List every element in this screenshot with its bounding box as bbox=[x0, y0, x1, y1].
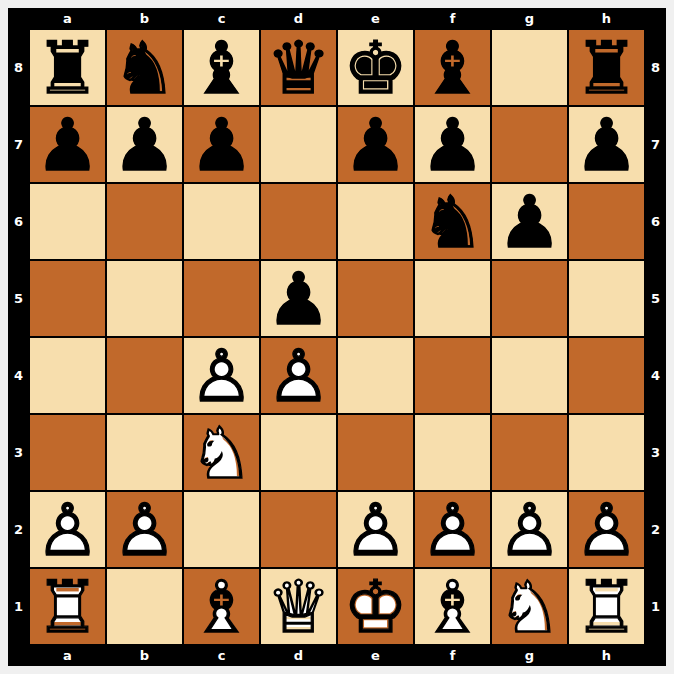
piece-glyph-fill: ♟ bbox=[338, 492, 413, 567]
file-label-c-top: c bbox=[183, 8, 260, 29]
white-king[interactable]: ♚♔ bbox=[338, 569, 413, 644]
piece-glyph-outline: ♔ bbox=[338, 569, 413, 644]
piece-glyph-outline: ♙ bbox=[569, 107, 644, 182]
black-bishop[interactable]: ♝♗ bbox=[184, 30, 259, 105]
file-label-d-top: d bbox=[260, 8, 337, 29]
rank-label-7-left: 7 bbox=[8, 106, 29, 183]
file-label-d-bottom: d bbox=[260, 645, 337, 666]
square-c7[interactable]: ♟♙ bbox=[183, 106, 260, 183]
square-e8[interactable]: ♚♔ bbox=[337, 29, 414, 106]
square-g3[interactable] bbox=[491, 414, 568, 491]
file-label-f-bottom: f bbox=[414, 645, 491, 666]
square-h6[interactable] bbox=[568, 183, 645, 260]
piece-glyph-outline: ♖ bbox=[569, 569, 644, 644]
rank-label-1-right: 1 bbox=[645, 568, 666, 645]
file-label-a-bottom: a bbox=[29, 645, 106, 666]
square-e1[interactable]: ♚♔ bbox=[337, 568, 414, 645]
frame-corner bbox=[8, 8, 29, 29]
file-label-c-bottom: c bbox=[183, 645, 260, 666]
rank-label-6-left: 6 bbox=[8, 183, 29, 260]
piece-glyph-fill: ♜ bbox=[569, 569, 644, 644]
rank-label-5-left: 5 bbox=[8, 260, 29, 337]
square-a3[interactable] bbox=[29, 414, 106, 491]
square-b6[interactable] bbox=[106, 183, 183, 260]
white-rook[interactable]: ♜♖ bbox=[569, 569, 644, 644]
piece-glyph-fill: ♜ bbox=[30, 569, 105, 644]
piece-glyph-fill: ♟ bbox=[30, 492, 105, 567]
piece-glyph-fill: ♟ bbox=[184, 107, 259, 182]
piece-glyph-outline: ♙ bbox=[492, 184, 567, 259]
square-h2[interactable]: ♟♙ bbox=[568, 491, 645, 568]
square-d3[interactable] bbox=[260, 414, 337, 491]
square-c5[interactable] bbox=[183, 260, 260, 337]
piece-glyph-outline: ♗ bbox=[415, 569, 490, 644]
square-d7[interactable] bbox=[260, 106, 337, 183]
square-a7[interactable]: ♟♙ bbox=[29, 106, 106, 183]
piece-glyph-outline: ♘ bbox=[184, 415, 259, 490]
file-label-b-bottom: b bbox=[106, 645, 183, 666]
piece-glyph-outline: ♙ bbox=[184, 338, 259, 413]
black-pawn[interactable]: ♟♙ bbox=[30, 107, 105, 182]
piece-glyph-outline: ♙ bbox=[415, 492, 490, 567]
piece-glyph-outline: ♙ bbox=[107, 107, 182, 182]
piece-glyph-fill: ♟ bbox=[492, 184, 567, 259]
rank-label-4-left: 4 bbox=[8, 337, 29, 414]
piece-glyph-outline: ♕ bbox=[261, 30, 336, 105]
piece-glyph-outline: ♗ bbox=[184, 30, 259, 105]
black-knight[interactable]: ♞♘ bbox=[107, 30, 182, 105]
rank-label-6-right: 6 bbox=[645, 183, 666, 260]
white-pawn[interactable]: ♟♙ bbox=[338, 492, 413, 567]
black-pawn[interactable]: ♟♙ bbox=[415, 107, 490, 182]
square-h4[interactable] bbox=[568, 337, 645, 414]
piece-glyph-outline: ♖ bbox=[30, 569, 105, 644]
rank-label-8-left: 8 bbox=[8, 29, 29, 106]
piece-glyph-fill: ♝ bbox=[415, 30, 490, 105]
square-g2[interactable]: ♟♙ bbox=[491, 491, 568, 568]
square-b2[interactable]: ♟♙ bbox=[106, 491, 183, 568]
square-a1[interactable]: ♜♖ bbox=[29, 568, 106, 645]
piece-glyph-fill: ♛ bbox=[261, 30, 336, 105]
square-a4[interactable] bbox=[29, 337, 106, 414]
rank-label-7-right: 7 bbox=[645, 106, 666, 183]
rank-label-8-right: 8 bbox=[645, 29, 666, 106]
rank-label-5-right: 5 bbox=[645, 260, 666, 337]
piece-glyph-fill: ♟ bbox=[30, 107, 105, 182]
piece-glyph-fill: ♟ bbox=[569, 107, 644, 182]
piece-glyph-fill: ♟ bbox=[261, 338, 336, 413]
square-g1[interactable]: ♞♘ bbox=[491, 568, 568, 645]
piece-glyph-fill: ♜ bbox=[569, 30, 644, 105]
piece-glyph-fill: ♞ bbox=[492, 569, 567, 644]
file-label-a-top: a bbox=[29, 8, 106, 29]
piece-glyph-fill: ♟ bbox=[415, 492, 490, 567]
square-h8[interactable]: ♜♖ bbox=[568, 29, 645, 106]
square-f8[interactable]: ♝♗ bbox=[414, 29, 491, 106]
black-bishop[interactable]: ♝♗ bbox=[415, 30, 490, 105]
square-c6[interactable] bbox=[183, 183, 260, 260]
white-knight[interactable]: ♞♘ bbox=[184, 415, 259, 490]
piece-glyph-outline: ♙ bbox=[261, 338, 336, 413]
black-knight[interactable]: ♞♘ bbox=[415, 184, 490, 259]
piece-glyph-outline: ♙ bbox=[415, 107, 490, 182]
square-g6[interactable]: ♟♙ bbox=[491, 183, 568, 260]
square-a6[interactable] bbox=[29, 183, 106, 260]
square-h3[interactable] bbox=[568, 414, 645, 491]
piece-glyph-outline: ♕ bbox=[261, 569, 336, 644]
file-label-h-bottom: h bbox=[568, 645, 645, 666]
piece-glyph-outline: ♙ bbox=[184, 107, 259, 182]
square-e5[interactable] bbox=[337, 260, 414, 337]
file-label-h-top: h bbox=[568, 8, 645, 29]
square-h5[interactable] bbox=[568, 260, 645, 337]
piece-glyph-fill: ♟ bbox=[107, 107, 182, 182]
file-label-g-bottom: g bbox=[491, 645, 568, 666]
square-h7[interactable]: ♟♙ bbox=[568, 106, 645, 183]
square-c3[interactable]: ♞♘ bbox=[183, 414, 260, 491]
square-d6[interactable] bbox=[260, 183, 337, 260]
file-label-b-top: b bbox=[106, 8, 183, 29]
black-pawn[interactable]: ♟♙ bbox=[107, 107, 182, 182]
piece-glyph-fill: ♛ bbox=[261, 569, 336, 644]
square-d1[interactable]: ♛♕ bbox=[260, 568, 337, 645]
square-f4[interactable] bbox=[414, 337, 491, 414]
square-f3[interactable] bbox=[414, 414, 491, 491]
square-c1[interactable]: ♝♗ bbox=[183, 568, 260, 645]
rank-label-3-left: 3 bbox=[8, 414, 29, 491]
square-b8[interactable]: ♞♘ bbox=[106, 29, 183, 106]
rank-label-2-right: 2 bbox=[645, 491, 666, 568]
black-king[interactable]: ♚♔ bbox=[338, 30, 413, 105]
white-knight[interactable]: ♞♘ bbox=[492, 569, 567, 644]
piece-glyph-outline: ♗ bbox=[184, 569, 259, 644]
piece-glyph-fill: ♟ bbox=[107, 492, 182, 567]
piece-glyph-outline: ♘ bbox=[492, 569, 567, 644]
black-queen[interactable]: ♛♕ bbox=[261, 30, 336, 105]
piece-glyph-fill: ♞ bbox=[415, 184, 490, 259]
square-b5[interactable] bbox=[106, 260, 183, 337]
square-b3[interactable] bbox=[106, 414, 183, 491]
square-a5[interactable] bbox=[29, 260, 106, 337]
file-label-e-top: e bbox=[337, 8, 414, 29]
square-e6[interactable] bbox=[337, 183, 414, 260]
white-rook[interactable]: ♜♖ bbox=[30, 569, 105, 644]
chess-board: abcdefgh8♜♖♞♘♝♗♛♕♚♔♝♗♜♖87♟♙♟♙♟♙♟♙♟♙♟♙76♞… bbox=[0, 0, 674, 674]
frame-corner bbox=[645, 645, 666, 666]
piece-glyph-fill: ♞ bbox=[184, 415, 259, 490]
piece-glyph-outline: ♙ bbox=[338, 107, 413, 182]
square-g7[interactable] bbox=[491, 106, 568, 183]
square-d8[interactable]: ♛♕ bbox=[260, 29, 337, 106]
square-f6[interactable]: ♞♘ bbox=[414, 183, 491, 260]
white-pawn[interactable]: ♟♙ bbox=[261, 338, 336, 413]
piece-glyph-outline: ♙ bbox=[30, 492, 105, 567]
piece-glyph-fill: ♟ bbox=[415, 107, 490, 182]
piece-glyph-outline: ♙ bbox=[107, 492, 182, 567]
white-queen[interactable]: ♛♕ bbox=[261, 569, 336, 644]
piece-glyph-fill: ♚ bbox=[338, 569, 413, 644]
square-e7[interactable]: ♟♙ bbox=[337, 106, 414, 183]
square-e2[interactable]: ♟♙ bbox=[337, 491, 414, 568]
piece-glyph-fill: ♟ bbox=[261, 261, 336, 336]
piece-glyph-fill: ♜ bbox=[30, 30, 105, 105]
square-c2[interactable] bbox=[183, 491, 260, 568]
frame-corner bbox=[645, 8, 666, 29]
frame-corner bbox=[8, 645, 29, 666]
white-pawn[interactable]: ♟♙ bbox=[184, 338, 259, 413]
black-rook[interactable]: ♜♖ bbox=[30, 30, 105, 105]
square-f1[interactable]: ♝♗ bbox=[414, 568, 491, 645]
square-f2[interactable]: ♟♙ bbox=[414, 491, 491, 568]
square-d5[interactable]: ♟♙ bbox=[260, 260, 337, 337]
piece-glyph-outline: ♙ bbox=[30, 107, 105, 182]
black-rook[interactable]: ♜♖ bbox=[569, 30, 644, 105]
square-g4[interactable] bbox=[491, 337, 568, 414]
piece-glyph-fill: ♚ bbox=[338, 30, 413, 105]
white-pawn[interactable]: ♟♙ bbox=[415, 492, 490, 567]
piece-glyph-fill: ♟ bbox=[184, 338, 259, 413]
piece-glyph-fill: ♝ bbox=[184, 30, 259, 105]
black-pawn[interactable]: ♟♙ bbox=[261, 261, 336, 336]
piece-glyph-outline: ♔ bbox=[338, 30, 413, 105]
white-pawn[interactable]: ♟♙ bbox=[492, 492, 567, 567]
square-b7[interactable]: ♟♙ bbox=[106, 106, 183, 183]
square-d4[interactable]: ♟♙ bbox=[260, 337, 337, 414]
piece-glyph-outline: ♖ bbox=[30, 30, 105, 105]
file-label-e-bottom: e bbox=[337, 645, 414, 666]
piece-glyph-outline: ♙ bbox=[338, 492, 413, 567]
black-pawn[interactable]: ♟♙ bbox=[569, 107, 644, 182]
black-pawn[interactable]: ♟♙ bbox=[184, 107, 259, 182]
white-pawn[interactable]: ♟♙ bbox=[30, 492, 105, 567]
file-label-f-top: f bbox=[414, 8, 491, 29]
piece-glyph-outline: ♘ bbox=[107, 30, 182, 105]
square-b4[interactable] bbox=[106, 337, 183, 414]
piece-glyph-outline: ♙ bbox=[569, 492, 644, 567]
square-a2[interactable]: ♟♙ bbox=[29, 491, 106, 568]
square-e3[interactable] bbox=[337, 414, 414, 491]
piece-glyph-outline: ♙ bbox=[261, 261, 336, 336]
square-d2[interactable] bbox=[260, 491, 337, 568]
square-c4[interactable]: ♟♙ bbox=[183, 337, 260, 414]
square-f7[interactable]: ♟♙ bbox=[414, 106, 491, 183]
square-h1[interactable]: ♜♖ bbox=[568, 568, 645, 645]
piece-glyph-fill: ♞ bbox=[107, 30, 182, 105]
rank-label-2-left: 2 bbox=[8, 491, 29, 568]
square-g5[interactable] bbox=[491, 260, 568, 337]
black-pawn[interactable]: ♟♙ bbox=[338, 107, 413, 182]
square-a8[interactable]: ♜♖ bbox=[29, 29, 106, 106]
square-f5[interactable] bbox=[414, 260, 491, 337]
white-pawn[interactable]: ♟♙ bbox=[107, 492, 182, 567]
square-c8[interactable]: ♝♗ bbox=[183, 29, 260, 106]
piece-glyph-outline: ♖ bbox=[569, 30, 644, 105]
white-bishop[interactable]: ♝♗ bbox=[184, 569, 259, 644]
rank-label-3-right: 3 bbox=[645, 414, 666, 491]
piece-glyph-fill: ♟ bbox=[338, 107, 413, 182]
piece-glyph-fill: ♝ bbox=[184, 569, 259, 644]
piece-glyph-fill: ♝ bbox=[415, 569, 490, 644]
board-frame: abcdefgh8♜♖♞♘♝♗♛♕♚♔♝♗♜♖87♟♙♟♙♟♙♟♙♟♙♟♙76♞… bbox=[8, 8, 666, 666]
square-e4[interactable] bbox=[337, 337, 414, 414]
white-pawn[interactable]: ♟♙ bbox=[569, 492, 644, 567]
piece-glyph-fill: ♟ bbox=[569, 492, 644, 567]
piece-glyph-fill: ♟ bbox=[492, 492, 567, 567]
piece-glyph-outline: ♙ bbox=[492, 492, 567, 567]
piece-glyph-outline: ♗ bbox=[415, 30, 490, 105]
file-label-g-top: g bbox=[491, 8, 568, 29]
rank-label-4-right: 4 bbox=[645, 337, 666, 414]
white-bishop[interactable]: ♝♗ bbox=[415, 569, 490, 644]
square-g8[interactable] bbox=[491, 29, 568, 106]
square-b1[interactable] bbox=[106, 568, 183, 645]
rank-label-1-left: 1 bbox=[8, 568, 29, 645]
piece-glyph-outline: ♘ bbox=[415, 184, 490, 259]
black-pawn[interactable]: ♟♙ bbox=[492, 184, 567, 259]
